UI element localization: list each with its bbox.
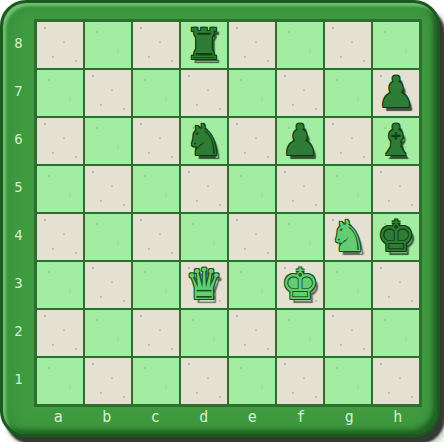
square-d8[interactable]: ♜	[180, 21, 228, 69]
square-g3[interactable]	[324, 261, 372, 309]
black-knight[interactable]: ♞	[185, 116, 224, 164]
square-f8[interactable]	[276, 21, 324, 69]
square-g8[interactable]	[324, 21, 372, 69]
square-g1[interactable]	[324, 357, 372, 405]
square-g5[interactable]	[324, 165, 372, 213]
file-label-h: h	[374, 405, 423, 429]
white-king[interactable]: ♚	[281, 260, 320, 308]
rank-labels: 87654321	[3, 19, 34, 403]
square-b1[interactable]	[84, 357, 132, 405]
square-d3[interactable]: ♛	[180, 261, 228, 309]
square-h8[interactable]	[372, 21, 420, 69]
square-a4[interactable]	[36, 213, 84, 261]
square-c1[interactable]	[132, 357, 180, 405]
square-e1[interactable]	[228, 357, 276, 405]
square-f4[interactable]	[276, 213, 324, 261]
square-h2[interactable]	[372, 309, 420, 357]
square-f5[interactable]	[276, 165, 324, 213]
square-f7[interactable]	[276, 69, 324, 117]
square-c3[interactable]	[132, 261, 180, 309]
white-queen[interactable]: ♛	[185, 260, 224, 308]
rank-label-5: 5	[3, 163, 34, 211]
black-king[interactable]: ♚	[377, 212, 416, 260]
square-a1[interactable]	[36, 357, 84, 405]
square-h5[interactable]	[372, 165, 420, 213]
square-f2[interactable]	[276, 309, 324, 357]
square-b5[interactable]	[84, 165, 132, 213]
square-g2[interactable]	[324, 309, 372, 357]
rank-label-8: 8	[3, 19, 34, 67]
rank-label-2: 2	[3, 307, 34, 355]
file-label-f: f	[277, 405, 326, 429]
square-c6[interactable]	[132, 117, 180, 165]
square-d1[interactable]	[180, 357, 228, 405]
square-c4[interactable]	[132, 213, 180, 261]
square-f1[interactable]	[276, 357, 324, 405]
square-d5[interactable]	[180, 165, 228, 213]
square-a7[interactable]	[36, 69, 84, 117]
board-frame: 87654321 abcdefgh ♜♟♞♟♝♞♚♛♚	[0, 0, 440, 437]
black-pawn[interactable]: ♟	[377, 68, 416, 116]
square-b6[interactable]	[84, 117, 132, 165]
square-c2[interactable]	[132, 309, 180, 357]
square-c8[interactable]	[132, 21, 180, 69]
square-a5[interactable]	[36, 165, 84, 213]
file-label-b: b	[83, 405, 132, 429]
white-knight[interactable]: ♞	[329, 212, 368, 260]
square-h1[interactable]	[372, 357, 420, 405]
square-e7[interactable]	[228, 69, 276, 117]
square-b7[interactable]	[84, 69, 132, 117]
chess-board[interactable]: ♜♟♞♟♝♞♚♛♚	[34, 19, 422, 407]
rank-label-1: 1	[3, 355, 34, 403]
rank-label-3: 3	[3, 259, 34, 307]
square-h4[interactable]: ♚	[372, 213, 420, 261]
file-label-d: d	[180, 405, 229, 429]
square-d6[interactable]: ♞	[180, 117, 228, 165]
rank-label-6: 6	[3, 115, 34, 163]
square-d4[interactable]	[180, 213, 228, 261]
black-pawn[interactable]: ♟	[281, 116, 320, 164]
square-c5[interactable]	[132, 165, 180, 213]
square-e6[interactable]	[228, 117, 276, 165]
black-bishop[interactable]: ♝	[377, 116, 416, 164]
square-d7[interactable]	[180, 69, 228, 117]
black-rook[interactable]: ♜	[185, 20, 224, 68]
square-e8[interactable]	[228, 21, 276, 69]
square-a6[interactable]	[36, 117, 84, 165]
square-h7[interactable]: ♟	[372, 69, 420, 117]
square-f6[interactable]: ♟	[276, 117, 324, 165]
square-a2[interactable]	[36, 309, 84, 357]
square-e4[interactable]	[228, 213, 276, 261]
square-f3[interactable]: ♚	[276, 261, 324, 309]
file-label-g: g	[325, 405, 374, 429]
square-a8[interactable]	[36, 21, 84, 69]
file-labels: abcdefgh	[34, 405, 422, 429]
file-label-c: c	[131, 405, 180, 429]
rank-label-4: 4	[3, 211, 34, 259]
square-b3[interactable]	[84, 261, 132, 309]
square-e2[interactable]	[228, 309, 276, 357]
square-b2[interactable]	[84, 309, 132, 357]
square-a3[interactable]	[36, 261, 84, 309]
square-g6[interactable]	[324, 117, 372, 165]
file-label-a: a	[34, 405, 83, 429]
square-g7[interactable]	[324, 69, 372, 117]
square-h6[interactable]: ♝	[372, 117, 420, 165]
square-b8[interactable]	[84, 21, 132, 69]
rank-label-7: 7	[3, 67, 34, 115]
square-g4[interactable]: ♞	[324, 213, 372, 261]
square-e3[interactable]	[228, 261, 276, 309]
file-label-e: e	[228, 405, 277, 429]
square-c7[interactable]	[132, 69, 180, 117]
square-e5[interactable]	[228, 165, 276, 213]
chess-app: 87654321 abcdefgh ♜♟♞♟♝♞♚♛♚	[0, 0, 444, 442]
square-b4[interactable]	[84, 213, 132, 261]
square-d2[interactable]	[180, 309, 228, 357]
square-h3[interactable]	[372, 261, 420, 309]
